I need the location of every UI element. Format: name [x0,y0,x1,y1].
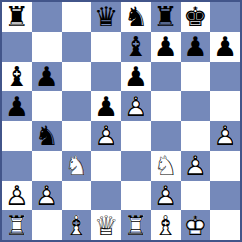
square-f2[interactable]: ♟♙ [151,181,181,211]
square-d5[interactable]: ♟ [91,91,121,121]
square-c2[interactable] [62,181,92,211]
square-h8[interactable] [210,2,240,32]
square-a6[interactable]: ♝ [2,62,32,92]
square-a4[interactable] [2,121,32,151]
square-h3[interactable] [210,151,240,181]
square-b8[interactable] [32,2,62,32]
square-e3[interactable] [121,151,151,181]
white-piece-outline: ♗ [62,210,92,240]
white-piece-outline: ♔ [181,210,211,240]
square-g8[interactable]: ♚ [181,2,211,32]
white-bishop-piece[interactable]: ♝♗ [151,210,181,240]
white-piece-outline: ♙ [2,181,32,211]
square-h4[interactable]: ♟♙ [210,121,240,151]
square-d7[interactable] [91,32,121,62]
square-f4[interactable] [151,121,181,151]
square-h5[interactable] [210,91,240,121]
square-f5[interactable] [151,91,181,121]
square-f8[interactable]: ♜ [151,2,181,32]
square-d8[interactable]: ♛ [91,2,121,32]
square-e2[interactable] [121,181,151,211]
white-piece-outline: ♙ [210,121,240,151]
chess-board-container: ♜♛♞♜♚♝♟♟♟♝♟♟♟♟♟♙♞♟♙♟♙♞♘♞♘♟♙♟♙♟♙♟♙♜♖♝♗♛♕♜… [0,0,242,242]
square-d4[interactable]: ♟♙ [91,121,121,151]
white-pawn-piece[interactable]: ♟♙ [151,181,181,211]
square-b1[interactable] [32,210,62,240]
white-pawn-piece[interactable]: ♟♙ [181,151,211,181]
white-knight-piece[interactable]: ♞♘ [62,151,92,181]
square-h2[interactable] [210,181,240,211]
square-g2[interactable] [181,181,211,211]
square-g1[interactable]: ♚♔ [181,210,211,240]
square-c4[interactable] [62,121,92,151]
black-pawn-piece[interactable]: ♟ [151,32,181,62]
black-pawn-piece[interactable]: ♟ [32,62,62,92]
square-g5[interactable] [181,91,211,121]
square-b5[interactable] [32,91,62,121]
black-pawn-piece[interactable]: ♟ [91,91,121,121]
white-piece-outline: ♘ [62,151,92,181]
white-knight-piece[interactable]: ♞♘ [151,151,181,181]
square-d6[interactable] [91,62,121,92]
white-piece-outline: ♘ [151,151,181,181]
square-g3[interactable]: ♟♙ [181,151,211,181]
black-knight-piece[interactable]: ♞ [121,2,151,32]
square-b7[interactable] [32,32,62,62]
white-pawn-piece[interactable]: ♟♙ [121,91,151,121]
square-e5[interactable]: ♟♙ [121,91,151,121]
black-bishop-piece[interactable]: ♝ [2,62,32,92]
square-d3[interactable] [91,151,121,181]
square-b6[interactable]: ♟ [32,62,62,92]
square-a3[interactable] [2,151,32,181]
square-e8[interactable]: ♞ [121,2,151,32]
square-f7[interactable]: ♟ [151,32,181,62]
black-pawn-piece[interactable]: ♟ [210,32,240,62]
square-b3[interactable] [32,151,62,181]
black-bishop-piece[interactable]: ♝ [121,32,151,62]
square-e4[interactable] [121,121,151,151]
white-piece-outline: ♗ [151,210,181,240]
square-f1[interactable]: ♝♗ [151,210,181,240]
square-a7[interactable] [2,32,32,62]
square-h6[interactable] [210,62,240,92]
black-rook-piece[interactable]: ♜ [2,2,32,32]
white-piece-outline: ♙ [91,121,121,151]
white-piece-outline: ♙ [32,181,62,211]
white-piece-outline: ♕ [91,210,121,240]
white-piece-outline: ♖ [2,210,32,240]
white-pawn-piece[interactable]: ♟♙ [32,181,62,211]
square-g7[interactable]: ♟ [181,32,211,62]
square-b2[interactable]: ♟♙ [32,181,62,211]
black-pawn-piece[interactable]: ♟ [181,32,211,62]
white-piece-outline: ♙ [121,91,151,121]
white-pawn-piece[interactable]: ♟♙ [91,121,121,151]
square-c3[interactable]: ♞♘ [62,151,92,181]
square-c5[interactable] [62,91,92,121]
square-d2[interactable] [91,181,121,211]
white-piece-outline: ♙ [181,151,211,181]
square-b4[interactable]: ♞ [32,121,62,151]
square-c7[interactable] [62,32,92,62]
white-rook-piece[interactable]: ♜♖ [2,210,32,240]
black-pawn-piece[interactable]: ♟ [2,91,32,121]
square-a5[interactable]: ♟ [2,91,32,121]
square-d1[interactable]: ♛♕ [91,210,121,240]
square-g6[interactable] [181,62,211,92]
square-e1[interactable]: ♜♖ [121,210,151,240]
square-a1[interactable]: ♜♖ [2,210,32,240]
square-h1[interactable] [210,210,240,240]
square-a2[interactable]: ♟♙ [2,181,32,211]
black-knight-piece[interactable]: ♞ [32,121,62,151]
black-queen-piece[interactable]: ♛ [91,2,121,32]
black-rook-piece[interactable]: ♜ [151,2,181,32]
square-c1[interactable]: ♝♗ [62,210,92,240]
square-h7[interactable]: ♟ [210,32,240,62]
square-e7[interactable]: ♝ [121,32,151,62]
square-g4[interactable] [181,121,211,151]
square-a8[interactable]: ♜ [2,2,32,32]
chess-board: ♜♛♞♜♚♝♟♟♟♝♟♟♟♟♟♙♞♟♙♟♙♞♘♞♘♟♙♟♙♟♙♟♙♜♖♝♗♛♕♜… [0,0,242,242]
white-piece-outline: ♙ [151,181,181,211]
white-piece-outline: ♖ [121,210,151,240]
white-queen-piece[interactable]: ♛♕ [91,210,121,240]
square-c8[interactable] [62,2,92,32]
square-f3[interactable]: ♞♘ [151,151,181,181]
square-e6[interactable]: ♟ [121,62,151,92]
white-rook-piece[interactable]: ♜♖ [121,210,151,240]
white-bishop-piece[interactable]: ♝♗ [62,210,92,240]
white-king-piece[interactable]: ♚♔ [181,210,211,240]
black-king-piece[interactable]: ♚ [181,2,211,32]
square-c6[interactable] [62,62,92,92]
white-pawn-piece[interactable]: ♟♙ [210,121,240,151]
white-pawn-piece[interactable]: ♟♙ [2,181,32,211]
square-f6[interactable] [151,62,181,92]
black-pawn-piece[interactable]: ♟ [121,62,151,92]
